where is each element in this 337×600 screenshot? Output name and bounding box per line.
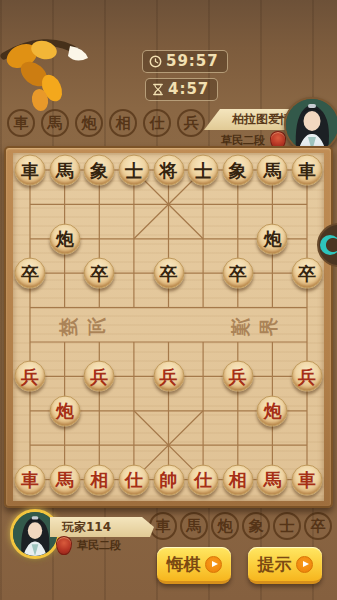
piece-red-兵[interactable]: 兵 bbox=[84, 361, 115, 392]
play-arrow-icon bbox=[205, 556, 222, 573]
clock-icon bbox=[149, 55, 162, 68]
piece-black-炮[interactable]: 炮 bbox=[257, 223, 288, 254]
river-character: 河 bbox=[84, 318, 110, 337]
xiangqi-board[interactable]: 楚河 漢界 車馬象士将士象馬車炮炮卒卒卒卒卒兵兵兵兵兵炮炮車馬相仕帥仕相馬車 bbox=[13, 153, 324, 501]
river-character: 界 bbox=[256, 318, 282, 337]
total-time-value: 59:57 bbox=[166, 52, 219, 70]
river-character: 楚 bbox=[56, 318, 82, 337]
river-band: 楚河 漢界 bbox=[13, 309, 324, 345]
player-captured-tray: 車馬炮象士卒 bbox=[149, 512, 332, 540]
captured-slot-馬: 馬 bbox=[180, 512, 208, 540]
captured-slot-車: 車 bbox=[149, 512, 177, 540]
piece-red-兵[interactable]: 兵 bbox=[153, 361, 184, 392]
piece-red-相[interactable]: 相 bbox=[222, 464, 253, 495]
captured-slot-仕: 仕 bbox=[143, 109, 171, 137]
piece-red-車[interactable]: 車 bbox=[292, 464, 323, 495]
piece-black-象[interactable]: 象 bbox=[222, 155, 253, 186]
piece-red-仕[interactable]: 仕 bbox=[118, 464, 149, 495]
piece-black-士[interactable]: 士 bbox=[188, 155, 219, 186]
piece-black-卒[interactable]: 卒 bbox=[153, 258, 184, 289]
captured-slot-炮: 炮 bbox=[211, 512, 239, 540]
river-character: 漢 bbox=[228, 318, 254, 337]
piece-black-士[interactable]: 士 bbox=[118, 155, 149, 186]
move-timer: 4:57 bbox=[145, 78, 218, 101]
opponent-captured-tray: 車馬炮相仕兵 bbox=[7, 109, 205, 137]
piece-black-象[interactable]: 象 bbox=[84, 155, 115, 186]
captured-slot-馬: 馬 bbox=[41, 109, 69, 137]
hint-button[interactable]: 提示 bbox=[248, 547, 322, 584]
piece-red-相[interactable]: 相 bbox=[84, 464, 115, 495]
piece-black-馬[interactable]: 馬 bbox=[49, 155, 80, 186]
player-name: 玩家114 bbox=[62, 519, 111, 536]
piece-black-炮[interactable]: 炮 bbox=[49, 223, 80, 254]
player-name-banner: 玩家114 bbox=[50, 517, 154, 537]
piece-black-卒[interactable]: 卒 bbox=[84, 258, 115, 289]
player-rank-line: 草民二段 bbox=[56, 536, 121, 555]
piece-black-車[interactable]: 車 bbox=[15, 155, 46, 186]
river-label-left: 楚河 bbox=[59, 309, 106, 345]
hint-label: 提示 bbox=[258, 553, 292, 576]
captured-slot-車: 車 bbox=[7, 109, 35, 137]
captured-slot-兵: 兵 bbox=[177, 109, 205, 137]
piece-red-馬[interactable]: 馬 bbox=[257, 464, 288, 495]
piece-black-将[interactable]: 将 bbox=[153, 155, 184, 186]
opponent-portrait bbox=[286, 99, 337, 151]
piece-black-卒[interactable]: 卒 bbox=[292, 258, 323, 289]
play-arrow-icon bbox=[296, 556, 313, 573]
player-rank-badge-icon bbox=[56, 536, 72, 555]
piece-red-仕[interactable]: 仕 bbox=[188, 464, 219, 495]
hourglass-icon bbox=[152, 83, 164, 96]
piece-red-兵[interactable]: 兵 bbox=[222, 361, 253, 392]
move-time-value: 4:57 bbox=[168, 80, 209, 98]
opponent-name: 柏拉图爱情 bbox=[232, 111, 292, 128]
captured-slot-象: 象 bbox=[242, 512, 270, 540]
xiangqi-game-screen: 59:57 4:57 柏拉图爱情 草民二段 車馬炮相仕兵 車馬炮象士卒 bbox=[0, 0, 337, 600]
captured-slot-卒: 卒 bbox=[304, 512, 332, 540]
game-timer-total: 59:57 bbox=[142, 50, 228, 73]
piece-red-炮[interactable]: 炮 bbox=[257, 395, 288, 426]
piece-red-炮[interactable]: 炮 bbox=[49, 395, 80, 426]
chat-bubble-icon bbox=[320, 235, 337, 255]
piece-red-兵[interactable]: 兵 bbox=[292, 361, 323, 392]
captured-slot-相: 相 bbox=[109, 109, 137, 137]
piece-red-馬[interactable]: 馬 bbox=[49, 464, 80, 495]
captured-slot-士: 士 bbox=[273, 512, 301, 540]
maple-leaves-decoration bbox=[0, 22, 96, 114]
player-rank: 草民二段 bbox=[77, 538, 121, 553]
piece-black-馬[interactable]: 馬 bbox=[257, 155, 288, 186]
captured-slot-炮: 炮 bbox=[75, 109, 103, 137]
piece-red-車[interactable]: 車 bbox=[15, 464, 46, 495]
piece-black-卒[interactable]: 卒 bbox=[222, 258, 253, 289]
undo-move-button[interactable]: 悔棋 bbox=[157, 547, 231, 584]
piece-black-卒[interactable]: 卒 bbox=[15, 258, 46, 289]
piece-black-車[interactable]: 車 bbox=[292, 155, 323, 186]
undo-label: 悔棋 bbox=[167, 553, 201, 576]
river-label-right: 漢界 bbox=[231, 309, 278, 345]
piece-red-兵[interactable]: 兵 bbox=[15, 361, 46, 392]
piece-red-帥[interactable]: 帥 bbox=[153, 464, 184, 495]
opponent-avatar[interactable] bbox=[284, 97, 337, 153]
